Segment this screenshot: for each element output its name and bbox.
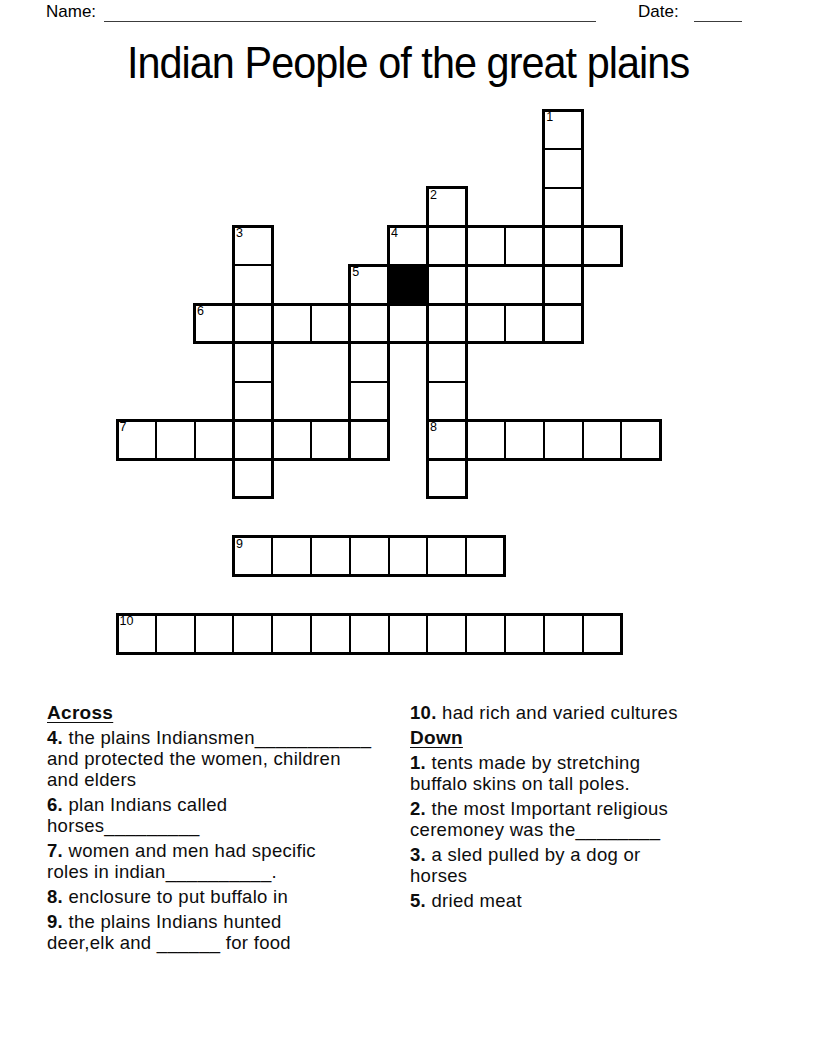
cell-r13c3[interactable] [232,613,273,654]
clue-10-number: 10. [410,702,437,723]
cell-r9c3[interactable] [232,458,273,499]
cell-r13c2[interactable] [194,613,235,654]
clue-8: 8. enclosure to put buffalo in [47,886,409,907]
cell-r8c3[interactable] [232,419,273,460]
cell-r9c8[interactable] [426,458,467,499]
clue-4: 4. the plains Indiansmen___________ and … [47,727,409,790]
clue-3: 3. a sled pulled by a dog or horses [410,844,780,886]
cell-r4c8[interactable] [426,264,467,305]
worksheet-page: Name: Date: Indian People of the great p… [0,0,816,1056]
cell-r11c4[interactable] [271,536,312,577]
cell-r8c0[interactable] [116,419,157,460]
clue-9: 9. the plains Indians hunted deer,elk an… [47,911,409,953]
black-cell-r4c7 [388,264,429,305]
cell-r7c8[interactable] [426,381,467,422]
cell-r3c3[interactable] [232,225,273,266]
cell-r3c12[interactable] [582,225,623,266]
cell-r13c6[interactable] [349,613,390,654]
clue-5-number: 5. [410,890,426,911]
cell-r5c9[interactable] [465,303,506,344]
cell-r6c3[interactable] [232,342,273,383]
cell-r2c8[interactable] [426,187,467,228]
clue-3-number: 3. [410,844,426,865]
cell-r13c9[interactable] [465,613,506,654]
cell-r13c5[interactable] [310,613,351,654]
cell-r6c6[interactable] [349,342,390,383]
cell-r5c7[interactable] [388,303,429,344]
cell-r8c11[interactable] [543,419,584,460]
cell-r8c9[interactable] [465,419,506,460]
cell-r7c3[interactable] [232,381,273,422]
cell-r2c11[interactable] [543,187,584,228]
clue-10: 10. had rich and varied cultures [410,702,780,723]
cell-r8c4[interactable] [271,419,312,460]
clue-4-number: 4. [47,727,63,748]
cell-r13c10[interactable] [504,613,545,654]
cell-r11c3[interactable] [232,536,273,577]
cell-r13c7[interactable] [388,613,429,654]
clue-8-number: 8. [47,886,63,907]
cell-r13c11[interactable] [543,613,584,654]
clues-across-header: Across [47,702,409,723]
clue-2-number: 2. [410,798,426,819]
cell-r3c9[interactable] [465,225,506,266]
cell-r11c7[interactable] [388,536,429,577]
cell-r5c2[interactable] [194,303,235,344]
cell-r6c8[interactable] [426,342,467,383]
cell-r11c8[interactable] [426,536,467,577]
clue-1-number: 1. [410,752,426,773]
clue-9-number: 9. [47,911,63,932]
cell-r5c10[interactable] [504,303,545,344]
cell-r8c8[interactable] [426,419,467,460]
clues-right-column: 10. had rich and varied culturesDown1. t… [410,702,780,915]
clue-5: 5. dried meat [410,890,780,911]
cell-r13c1[interactable] [155,613,196,654]
cell-r4c6[interactable] [349,264,390,305]
cell-r1c11[interactable] [543,148,584,189]
cell-r4c3[interactable] [232,264,273,305]
cell-r13c4[interactable] [271,613,312,654]
cell-r8c5[interactable] [310,419,351,460]
cell-r8c13[interactable] [620,419,661,460]
cell-r5c11[interactable] [543,303,584,344]
cell-r8c1[interactable] [155,419,196,460]
cell-r11c9[interactable] [465,536,506,577]
clue-6: 6. plan Indians called horses_________ [47,794,409,836]
crossword-grid: 12345678910 [0,0,816,700]
cell-r11c5[interactable] [310,536,351,577]
cell-r13c8[interactable] [426,613,467,654]
cell-r8c12[interactable] [582,419,623,460]
clues-left-column: Across4. the plains Indiansmen__________… [47,702,409,957]
cell-r13c0[interactable] [116,613,157,654]
cell-r5c3[interactable] [232,303,273,344]
cell-r3c10[interactable] [504,225,545,266]
cell-r8c2[interactable] [194,419,235,460]
cell-r11c6[interactable] [349,536,390,577]
clue-6-number: 6. [47,794,63,815]
cell-r3c7[interactable] [388,225,429,266]
clue-7: 7. women and men had specific roles in i… [47,840,409,882]
cell-r4c11[interactable] [543,264,584,305]
cell-r5c4[interactable] [271,303,312,344]
clues-down-header: Down [410,727,780,748]
cell-r8c6[interactable] [349,419,390,460]
cell-r13c12[interactable] [582,613,623,654]
cell-r0c11[interactable] [543,109,584,150]
cell-r5c6[interactable] [349,303,390,344]
cell-r3c11[interactable] [543,225,584,266]
cell-r7c6[interactable] [349,381,390,422]
clue-2: 2. the most Important religious ceremone… [410,798,780,840]
clue-1: 1. tents made by stretching buffalo skin… [410,752,780,794]
cell-r5c5[interactable] [310,303,351,344]
clue-7-number: 7. [47,840,63,861]
cell-r5c8[interactable] [426,303,467,344]
cell-r3c8[interactable] [426,225,467,266]
cell-r8c10[interactable] [504,419,545,460]
